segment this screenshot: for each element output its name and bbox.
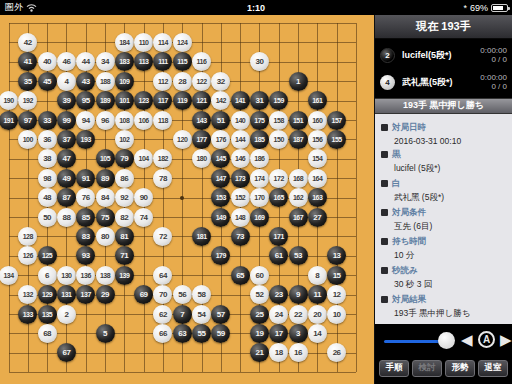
black-stone-move-63: 63 [173, 324, 192, 343]
white-stone-move-74: 74 [134, 208, 153, 227]
black-stone-move-67: 67 [57, 343, 76, 362]
move-slider-track[interactable] [384, 340, 446, 343]
next-move-button[interactable]: ▶ [500, 329, 512, 351]
white-stone-move-82: 82 [115, 208, 134, 227]
black-stone-move-191: 191 [0, 111, 18, 130]
black-stone-move-65: 65 [231, 266, 250, 285]
white-stone-move-16: 16 [289, 343, 308, 362]
player-name: 武礼黑(5段*) [402, 76, 480, 89]
white-stone-move-182: 182 [153, 149, 172, 168]
black-stone-move-167: 167 [289, 208, 308, 227]
black-stone-move-47: 47 [57, 149, 76, 168]
white-stone-move-2: 2 [57, 305, 76, 324]
black-stone-move-171: 171 [269, 227, 288, 246]
black-stone-move-45: 45 [38, 72, 57, 91]
white-stone-move-110: 110 [134, 33, 153, 52]
white-stone-move-146: 146 [231, 149, 250, 168]
info-value: lucifel (5段*) [394, 163, 506, 175]
white-stone-capture-icon: 4 [380, 75, 395, 90]
black-stone-move-29: 29 [96, 285, 115, 304]
black-stone-move-153: 153 [211, 188, 230, 207]
white-stone-move-108: 108 [115, 111, 134, 130]
black-stone-move-53: 53 [289, 246, 308, 265]
prev-move-button[interactable]: ◀ [461, 329, 473, 351]
white-stone-move-144: 144 [231, 130, 250, 149]
player-panel: 2lucifel(5段*)0:00:000 / 04武礼黑(5段*)0:00:0… [375, 39, 512, 98]
black-stone-move-161: 161 [308, 91, 327, 110]
black-stone-move-99: 99 [57, 111, 76, 130]
black-stone-move-23: 23 [269, 285, 288, 304]
black-stone-move-111: 111 [153, 52, 172, 71]
black-stone-move-41: 41 [18, 52, 37, 71]
black-stone-move-95: 95 [76, 91, 95, 110]
white-stone-move-36: 36 [38, 130, 57, 149]
black-stone-move-147: 147 [211, 169, 230, 188]
black-stone-move-173: 173 [231, 169, 250, 188]
white-stone-move-158: 158 [269, 111, 288, 130]
white-stone-move-94: 94 [76, 111, 95, 130]
white-stone-move-18: 18 [269, 343, 288, 362]
white-stone-move-44: 44 [76, 52, 95, 71]
black-stone-move-3: 3 [289, 324, 308, 343]
white-stone-move-116: 116 [192, 52, 211, 71]
grid-line-h [9, 372, 356, 373]
white-stone-move-84: 84 [96, 188, 115, 207]
black-stone-move-57: 57 [211, 305, 230, 324]
white-stone-move-20: 20 [308, 305, 327, 324]
white-stone-move-190: 190 [0, 91, 18, 110]
black-stone-move-71: 71 [115, 246, 134, 265]
white-stone-move-8: 8 [308, 266, 327, 285]
white-stone-move-168: 168 [289, 169, 308, 188]
white-stone-move-156: 156 [308, 130, 327, 149]
white-stone-move-130: 130 [57, 266, 76, 285]
black-stone-move-55: 55 [192, 324, 211, 343]
grid-line-v [356, 23, 357, 372]
white-stone-move-126: 126 [18, 246, 37, 265]
black-stone-move-51: 51 [211, 111, 230, 130]
black-stone-move-121: 121 [192, 91, 211, 110]
black-stone-move-155: 155 [327, 130, 346, 149]
black-stone-move-87: 87 [57, 188, 76, 207]
white-stone-move-118: 118 [153, 111, 172, 130]
white-stone-move-10: 10 [327, 305, 346, 324]
player-name: lucifel(5段*) [402, 49, 480, 62]
black-stone-move-83: 83 [76, 227, 95, 246]
info-value: 30 秒 3 回 [394, 279, 506, 291]
white-stone-move-66: 66 [153, 324, 172, 343]
black-stone-move-1: 1 [289, 72, 308, 91]
white-stone-move-122: 122 [192, 72, 211, 91]
white-stone-move-120: 120 [173, 130, 192, 149]
black-stone-move-123: 123 [134, 91, 153, 110]
go-board[interactable]: 4218411011412441404644341831131111151163… [0, 15, 374, 384]
white-stone-move-112: 112 [153, 72, 172, 91]
black-stone-move-179: 179 [211, 246, 230, 265]
black-stone-move-163: 163 [308, 188, 327, 207]
button-手順[interactable]: 手順 [379, 360, 409, 377]
white-stone-move-170: 170 [250, 188, 269, 207]
black-stone-move-61: 61 [269, 246, 288, 265]
white-stone-move-4: 4 [57, 72, 76, 91]
black-stone-move-17: 17 [269, 324, 288, 343]
info-label: 対局条件 [381, 207, 506, 219]
white-stone-move-90: 90 [134, 188, 153, 207]
white-stone-move-176: 176 [211, 130, 230, 149]
black-stone-move-129: 129 [38, 285, 57, 304]
black-stone-move-169: 169 [250, 208, 269, 227]
black-stone-move-7: 7 [173, 305, 192, 324]
black-stone-move-31: 31 [250, 91, 269, 110]
white-stone-move-60: 60 [250, 266, 269, 285]
black-stone-move-141: 141 [231, 91, 250, 110]
star-point [180, 196, 184, 200]
black-stone-move-43: 43 [76, 72, 95, 91]
black-stone-move-69: 69 [134, 285, 153, 304]
info-label: 対局日時 [381, 122, 506, 134]
black-stone-move-21: 21 [250, 343, 269, 362]
white-stone-move-100: 100 [18, 130, 37, 149]
black-stone-move-175: 175 [250, 111, 269, 130]
white-stone-move-24: 24 [269, 305, 288, 324]
black-stone-move-73: 73 [231, 227, 250, 246]
info-value: 互先 (6目) [394, 221, 506, 233]
black-stone-move-157: 157 [327, 111, 346, 130]
black-stone-move-93: 93 [76, 246, 95, 265]
black-stone-move-133: 133 [18, 305, 37, 324]
white-stone-move-102: 102 [115, 130, 134, 149]
white-stone-move-22: 22 [289, 305, 308, 324]
white-stone-move-68: 68 [38, 324, 57, 343]
white-stone-move-40: 40 [38, 52, 57, 71]
player-row-black: 2lucifel(5段*)0:00:000 / 0 [375, 42, 512, 69]
white-stone-move-26: 26 [327, 343, 346, 362]
black-stone-move-25: 25 [250, 305, 269, 324]
black-stone-move-165: 165 [269, 188, 288, 207]
list-bullet-icon [381, 209, 388, 216]
replay-controls: ◀ A ▶ [375, 324, 512, 357]
white-stone-move-184: 184 [115, 33, 134, 52]
black-stone-move-39: 39 [57, 91, 76, 110]
white-stone-move-58: 58 [192, 285, 211, 304]
black-stone-move-89: 89 [96, 169, 115, 188]
player-clock: 0:00:000 / 0 [480, 73, 507, 91]
white-stone-move-54: 54 [192, 305, 211, 324]
white-stone-move-86: 86 [115, 169, 134, 188]
info-label: 秒読み [381, 265, 506, 277]
info-label: 対局結果 [381, 294, 506, 306]
white-stone-move-32: 32 [211, 72, 230, 91]
black-stone-move-109: 109 [115, 72, 134, 91]
black-stone-move-113: 113 [134, 52, 153, 71]
black-stone-move-135: 135 [38, 305, 57, 324]
list-bullet-icon [381, 151, 388, 158]
black-stone-move-177: 177 [192, 130, 211, 149]
white-stone-move-154: 154 [308, 149, 327, 168]
black-stone-move-193: 193 [76, 130, 95, 149]
black-stone-move-37: 37 [57, 130, 76, 149]
black-stone-move-5: 5 [96, 324, 115, 343]
white-stone-move-186: 186 [250, 149, 269, 168]
move-counter-header: 現在 193手 [375, 15, 512, 39]
white-stone-move-104: 104 [134, 149, 153, 168]
white-stone-move-160: 160 [308, 111, 327, 130]
info-value: 2016-03-31 00:10 [394, 136, 506, 146]
white-stone-move-96: 96 [96, 111, 115, 130]
black-stone-move-187: 187 [289, 130, 308, 149]
black-stone-move-13: 13 [327, 246, 346, 265]
black-stone-move-105: 105 [96, 149, 115, 168]
grid-line-h [9, 236, 356, 237]
black-stone-move-159: 159 [269, 91, 288, 110]
black-stone-move-143: 143 [192, 111, 211, 130]
white-stone-move-42: 42 [18, 33, 37, 52]
black-stone-move-125: 125 [38, 246, 57, 265]
white-stone-move-106: 106 [134, 111, 153, 130]
white-stone-move-148: 148 [231, 208, 250, 227]
white-stone-move-12: 12 [327, 285, 346, 304]
black-stone-move-97: 97 [18, 111, 37, 130]
list-bullet-icon [381, 296, 388, 303]
white-stone-move-34: 34 [96, 52, 115, 71]
black-stone-move-35: 35 [18, 72, 37, 91]
black-stone-move-59: 59 [211, 324, 230, 343]
white-stone-move-80: 80 [96, 227, 115, 246]
black-stone-move-85: 85 [76, 208, 95, 227]
white-stone-move-46: 46 [57, 52, 76, 71]
white-stone-move-56: 56 [173, 285, 192, 304]
function-buttons: 手順検討形勢退室 [375, 356, 512, 384]
white-stone-move-76: 76 [76, 188, 95, 207]
white-stone-move-114: 114 [153, 33, 172, 52]
white-stone-move-172: 172 [269, 169, 288, 188]
info-value: 193手 黒中押し勝ち [394, 308, 506, 320]
black-stone-move-115: 115 [173, 52, 192, 71]
white-stone-move-92: 92 [115, 188, 134, 207]
result-bar: 193手 黒中押し勝ち [375, 98, 512, 114]
white-stone-move-70: 70 [153, 285, 172, 304]
white-stone-move-72: 72 [153, 227, 172, 246]
list-bullet-icon [381, 180, 388, 187]
black-stone-move-19: 19 [250, 324, 269, 343]
white-stone-move-174: 174 [250, 169, 269, 188]
clock: 1:10 [0, 3, 512, 13]
black-stone-move-33: 33 [38, 111, 57, 130]
white-stone-move-98: 98 [38, 169, 57, 188]
white-stone-move-192: 192 [18, 91, 37, 110]
info-label: 持ち時間 [381, 236, 506, 248]
black-stone-move-145: 145 [211, 149, 230, 168]
black-stone-move-91: 91 [76, 169, 95, 188]
black-stone-move-117: 117 [153, 91, 172, 110]
black-stone-move-49: 49 [57, 169, 76, 188]
black-stone-move-119: 119 [173, 91, 192, 110]
white-stone-move-124: 124 [173, 33, 192, 52]
info-value: 10 分 [394, 250, 506, 262]
white-stone-move-6: 6 [38, 266, 57, 285]
sidebar: 現在 193手 2lucifel(5段*)0:00:000 / 04武礼黑(5段… [374, 15, 512, 384]
white-stone-move-164: 164 [308, 169, 327, 188]
white-stone-move-150: 150 [269, 130, 288, 149]
white-stone-move-88: 88 [57, 208, 76, 227]
game-info-list: 対局日時2016-03-31 00:10黒lucifel (5段*)白武礼黑 (… [375, 114, 512, 324]
black-stone-move-131: 131 [57, 285, 76, 304]
battery-mark: * [463, 3, 467, 13]
button-退室[interactable]: 退室 [478, 360, 508, 377]
black-stone-capture-icon: 2 [380, 48, 395, 63]
black-stone-move-137: 137 [76, 285, 95, 304]
white-stone-move-62: 62 [153, 305, 172, 324]
white-stone-move-14: 14 [308, 324, 327, 343]
white-stone-move-64: 64 [153, 266, 172, 285]
black-stone-move-181: 181 [192, 227, 211, 246]
white-stone-move-30: 30 [250, 52, 269, 71]
white-stone-move-188: 188 [96, 72, 115, 91]
black-stone-move-151: 151 [289, 111, 308, 130]
move-slider-knob[interactable] [438, 332, 455, 349]
black-stone-move-15: 15 [327, 266, 346, 285]
black-stone-move-75: 75 [96, 208, 115, 227]
white-stone-move-180: 180 [192, 149, 211, 168]
black-stone-move-27: 27 [308, 208, 327, 227]
list-bullet-icon [381, 124, 388, 131]
black-stone-move-189: 189 [96, 91, 115, 110]
black-stone-move-81: 81 [115, 227, 134, 246]
white-stone-move-128: 128 [18, 227, 37, 246]
black-stone-move-9: 9 [289, 285, 308, 304]
white-stone-move-162: 162 [289, 188, 308, 207]
info-label: 白 [381, 178, 506, 190]
list-bullet-icon [381, 238, 388, 245]
status-bar: 圏外 1:10 * 69% [0, 0, 512, 15]
black-stone-move-139: 139 [115, 266, 134, 285]
white-stone-move-142: 142 [211, 91, 230, 110]
white-stone-move-48: 48 [38, 188, 57, 207]
white-stone-move-138: 138 [96, 266, 115, 285]
white-stone-move-52: 52 [250, 285, 269, 304]
white-stone-move-28: 28 [173, 72, 192, 91]
white-stone-move-78: 78 [153, 169, 172, 188]
black-stone-move-149: 149 [211, 208, 230, 227]
black-stone-move-101: 101 [115, 91, 134, 110]
white-stone-move-38: 38 [38, 149, 57, 168]
battery-percent: 69% [470, 3, 488, 13]
info-value: 武礼黑 (5段*) [394, 192, 506, 204]
white-stone-move-50: 50 [38, 208, 57, 227]
player-clock: 0:00:000 / 0 [480, 46, 507, 64]
black-stone-move-183: 183 [115, 52, 134, 71]
white-stone-move-134: 134 [0, 266, 18, 285]
info-label: 黒 [381, 149, 506, 161]
button-形勢[interactable]: 形勢 [445, 360, 475, 377]
white-stone-move-136: 136 [76, 266, 95, 285]
white-stone-move-132: 132 [18, 285, 37, 304]
white-stone-move-140: 140 [231, 111, 250, 130]
black-stone-move-185: 185 [250, 130, 269, 149]
battery-icon [491, 4, 508, 12]
white-stone-move-152: 152 [231, 188, 250, 207]
player-row-white: 4武礼黑(5段*)0:00:000 / 0 [375, 69, 512, 96]
auto-play-button[interactable]: A [478, 331, 495, 348]
button-検討[interactable]: 検討 [412, 360, 442, 377]
list-bullet-icon [381, 267, 388, 274]
black-stone-move-11: 11 [308, 285, 327, 304]
black-stone-move-79: 79 [115, 149, 134, 168]
